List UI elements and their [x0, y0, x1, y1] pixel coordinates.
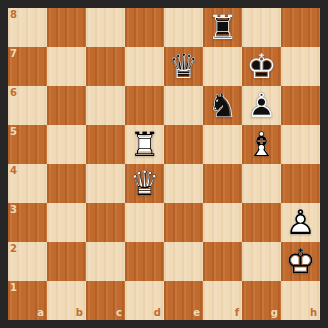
square-h6[interactable] — [281, 86, 320, 125]
square-f5[interactable] — [203, 125, 242, 164]
white-rook-detail-icon: ♖ — [125, 125, 164, 164]
square-a7[interactable]: 7 — [8, 47, 47, 86]
chess-board: 8♜♖7♛♕♚♔6♞♘♟♙5♜♖♝♗4♛♕3♟♙2♚♔1abcdefgh — [8, 8, 320, 320]
piece-white-rook[interactable]: ♜♖ — [125, 125, 164, 164]
white-bishop-detail-icon: ♗ — [242, 125, 281, 164]
square-g5[interactable]: ♝♗ — [242, 125, 281, 164]
square-e2[interactable] — [164, 242, 203, 281]
piece-white-king[interactable]: ♚♔ — [281, 242, 320, 281]
square-f7[interactable] — [203, 47, 242, 86]
square-c1[interactable]: c — [86, 281, 125, 320]
square-b8[interactable] — [47, 8, 86, 47]
piece-black-pawn[interactable]: ♟♙ — [242, 86, 281, 125]
square-f1[interactable]: f — [203, 281, 242, 320]
coord-file-e: e — [193, 308, 200, 318]
square-d6[interactable] — [125, 86, 164, 125]
square-h7[interactable] — [281, 47, 320, 86]
square-a6[interactable]: 6 — [8, 86, 47, 125]
piece-black-rook[interactable]: ♜♖ — [203, 8, 242, 47]
black-queen-detail-icon: ♕ — [164, 47, 203, 86]
black-pawn-detail-icon: ♙ — [242, 86, 281, 125]
square-c3[interactable] — [86, 203, 125, 242]
square-h3[interactable]: ♟♙ — [281, 203, 320, 242]
square-d5[interactable]: ♜♖ — [125, 125, 164, 164]
square-a2[interactable]: 2 — [8, 242, 47, 281]
coord-file-b: b — [76, 308, 83, 318]
square-h1[interactable]: h — [281, 281, 320, 320]
square-g6[interactable]: ♟♙ — [242, 86, 281, 125]
coord-rank-7: 7 — [10, 49, 17, 59]
square-d3[interactable] — [125, 203, 164, 242]
piece-black-queen[interactable]: ♛♕ — [164, 47, 203, 86]
square-b1[interactable]: b — [47, 281, 86, 320]
square-e8[interactable] — [164, 8, 203, 47]
coord-file-f: f — [235, 308, 239, 318]
square-f3[interactable] — [203, 203, 242, 242]
square-d2[interactable] — [125, 242, 164, 281]
square-b6[interactable] — [47, 86, 86, 125]
square-b5[interactable] — [47, 125, 86, 164]
piece-white-queen[interactable]: ♛♕ — [125, 164, 164, 203]
square-e3[interactable] — [164, 203, 203, 242]
coord-file-d: d — [154, 308, 161, 318]
square-g4[interactable] — [242, 164, 281, 203]
square-f8[interactable]: ♜♖ — [203, 8, 242, 47]
square-e5[interactable] — [164, 125, 203, 164]
white-queen-detail-icon: ♕ — [125, 164, 164, 203]
square-c7[interactable] — [86, 47, 125, 86]
square-g8[interactable] — [242, 8, 281, 47]
square-c6[interactable] — [86, 86, 125, 125]
square-g3[interactable] — [242, 203, 281, 242]
coord-file-h: h — [310, 308, 317, 318]
square-e1[interactable]: e — [164, 281, 203, 320]
screenshot-root: { "game": "chess", "orientation": "white… — [0, 0, 328, 328]
board-frame: 8♜♖7♛♕♚♔6♞♘♟♙5♜♖♝♗4♛♕3♟♙2♚♔1abcdefgh — [0, 0, 328, 328]
coord-file-a: a — [37, 308, 44, 318]
piece-black-knight[interactable]: ♞♘ — [203, 86, 242, 125]
square-h8[interactable] — [281, 8, 320, 47]
square-h5[interactable] — [281, 125, 320, 164]
coord-file-c: c — [116, 308, 122, 318]
square-b3[interactable] — [47, 203, 86, 242]
coord-rank-3: 3 — [10, 205, 17, 215]
square-a3[interactable]: 3 — [8, 203, 47, 242]
square-e4[interactable] — [164, 164, 203, 203]
square-g2[interactable] — [242, 242, 281, 281]
white-king-detail-icon: ♔ — [281, 242, 320, 281]
square-e7[interactable]: ♛♕ — [164, 47, 203, 86]
square-f6[interactable]: ♞♘ — [203, 86, 242, 125]
coord-file-g: g — [271, 308, 278, 318]
square-a4[interactable]: 4 — [8, 164, 47, 203]
square-g1[interactable]: g — [242, 281, 281, 320]
square-d1[interactable]: d — [125, 281, 164, 320]
square-a5[interactable]: 5 — [8, 125, 47, 164]
coord-rank-4: 4 — [10, 166, 17, 176]
square-c8[interactable] — [86, 8, 125, 47]
square-d7[interactable] — [125, 47, 164, 86]
square-d4[interactable]: ♛♕ — [125, 164, 164, 203]
square-b4[interactable] — [47, 164, 86, 203]
coord-rank-6: 6 — [10, 88, 17, 98]
piece-white-bishop[interactable]: ♝♗ — [242, 125, 281, 164]
coord-rank-1: 1 — [10, 283, 17, 293]
coord-rank-2: 2 — [10, 244, 17, 254]
black-knight-detail-icon: ♘ — [203, 86, 242, 125]
square-a1[interactable]: 1a — [8, 281, 47, 320]
square-c5[interactable] — [86, 125, 125, 164]
piece-white-pawn[interactable]: ♟♙ — [281, 203, 320, 242]
square-b7[interactable] — [47, 47, 86, 86]
coord-rank-8: 8 — [10, 10, 17, 20]
square-h2[interactable]: ♚♔ — [281, 242, 320, 281]
coord-rank-5: 5 — [10, 127, 17, 137]
white-pawn-detail-icon: ♙ — [281, 203, 320, 242]
square-c2[interactable] — [86, 242, 125, 281]
square-d8[interactable] — [125, 8, 164, 47]
square-f2[interactable] — [203, 242, 242, 281]
black-rook-detail-icon: ♖ — [203, 8, 242, 47]
square-e6[interactable] — [164, 86, 203, 125]
square-h4[interactable] — [281, 164, 320, 203]
black-king-detail-icon: ♔ — [242, 47, 281, 86]
square-c4[interactable] — [86, 164, 125, 203]
square-f4[interactable] — [203, 164, 242, 203]
square-a8[interactable]: 8 — [8, 8, 47, 47]
piece-black-king[interactable]: ♚♔ — [242, 47, 281, 86]
square-g7[interactable]: ♚♔ — [242, 47, 281, 86]
square-b2[interactable] — [47, 242, 86, 281]
